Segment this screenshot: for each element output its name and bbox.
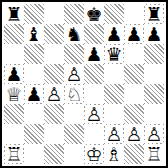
square-h6[interactable] bbox=[144, 44, 164, 64]
piece-black-bishop: ♝ bbox=[25, 24, 42, 44]
square-g8[interactable] bbox=[124, 4, 144, 24]
square-e8[interactable]: ♚ bbox=[84, 4, 104, 24]
square-d8[interactable] bbox=[64, 4, 84, 24]
square-h3[interactable] bbox=[144, 104, 164, 124]
piece-black-rook: ♜ bbox=[5, 4, 22, 24]
piece-black-queen: ♛ bbox=[105, 44, 122, 64]
square-d1[interactable] bbox=[64, 144, 84, 164]
square-g6[interactable] bbox=[124, 44, 144, 64]
square-c5[interactable] bbox=[44, 64, 64, 84]
square-c1[interactable] bbox=[44, 144, 64, 164]
square-b2[interactable] bbox=[24, 124, 44, 144]
square-e5[interactable] bbox=[84, 64, 104, 84]
square-h4[interactable] bbox=[144, 84, 164, 104]
square-a2[interactable] bbox=[4, 124, 24, 144]
square-e3[interactable]: ♙ bbox=[84, 104, 104, 124]
square-e6[interactable]: ♟ bbox=[84, 44, 104, 64]
square-b5[interactable] bbox=[24, 64, 44, 84]
board-frame: ♜♚♜♝♞♟♟♟♟♛♟♙♕♟♙♘♙♙♙♙♖♔♗♖ bbox=[0, 0, 168, 168]
piece-black-rook: ♜ bbox=[145, 4, 162, 24]
square-b7[interactable]: ♝ bbox=[24, 24, 44, 44]
piece-black-knight: ♞ bbox=[65, 24, 82, 44]
square-d4[interactable]: ♘ bbox=[64, 84, 84, 104]
piece-white-queen: ♕ bbox=[5, 84, 22, 104]
piece-white-pawn: ♙ bbox=[105, 124, 122, 144]
piece-white-knight: ♘ bbox=[65, 84, 82, 104]
square-a3[interactable] bbox=[4, 104, 24, 124]
square-c7[interactable] bbox=[44, 24, 64, 44]
piece-white-pawn: ♙ bbox=[145, 124, 162, 144]
board-inner-margin: ♜♚♜♝♞♟♟♟♟♛♟♙♕♟♙♘♙♙♙♙♖♔♗♖ bbox=[2, 2, 166, 166]
piece-black-pawn: ♟ bbox=[145, 24, 162, 44]
square-h5[interactable] bbox=[144, 64, 164, 84]
square-d7[interactable]: ♞ bbox=[64, 24, 84, 44]
square-f2[interactable]: ♙ bbox=[104, 124, 124, 144]
square-h1[interactable]: ♖ bbox=[144, 144, 164, 164]
square-f7[interactable]: ♟ bbox=[104, 24, 124, 44]
chess-diagram: ♜♚♜♝♞♟♟♟♟♛♟♙♕♟♙♘♙♙♙♙♖♔♗♖ bbox=[0, 0, 168, 168]
square-g4[interactable] bbox=[124, 84, 144, 104]
square-e4[interactable] bbox=[84, 84, 104, 104]
piece-white-pawn: ♙ bbox=[85, 104, 102, 124]
square-h2[interactable]: ♙ bbox=[144, 124, 164, 144]
piece-black-pawn: ♟ bbox=[105, 24, 122, 44]
piece-black-pawn: ♟ bbox=[5, 64, 22, 84]
square-h8[interactable]: ♜ bbox=[144, 4, 164, 24]
square-d2[interactable] bbox=[64, 124, 84, 144]
piece-black-pawn: ♟ bbox=[25, 84, 42, 104]
square-e7[interactable] bbox=[84, 24, 104, 44]
square-c4[interactable]: ♙ bbox=[44, 84, 64, 104]
square-c8[interactable] bbox=[44, 4, 64, 24]
square-a4[interactable]: ♕ bbox=[4, 84, 24, 104]
square-e2[interactable] bbox=[84, 124, 104, 144]
piece-white-pawn: ♙ bbox=[45, 84, 62, 104]
square-f3[interactable] bbox=[104, 104, 124, 124]
square-f1[interactable]: ♗ bbox=[104, 144, 124, 164]
square-g7[interactable]: ♟ bbox=[124, 24, 144, 44]
piece-white-king: ♔ bbox=[85, 144, 102, 164]
square-d3[interactable] bbox=[64, 104, 84, 124]
square-g1[interactable] bbox=[124, 144, 144, 164]
square-b8[interactable] bbox=[24, 4, 44, 24]
square-h7[interactable]: ♟ bbox=[144, 24, 164, 44]
square-a7[interactable] bbox=[4, 24, 24, 44]
square-d6[interactable] bbox=[64, 44, 84, 64]
piece-white-bishop: ♗ bbox=[105, 144, 122, 164]
square-b3[interactable] bbox=[24, 104, 44, 124]
square-c2[interactable] bbox=[44, 124, 64, 144]
square-d5[interactable]: ♙ bbox=[64, 64, 84, 84]
square-c6[interactable] bbox=[44, 44, 64, 64]
square-f4[interactable] bbox=[104, 84, 124, 104]
square-b1[interactable] bbox=[24, 144, 44, 164]
square-a1[interactable]: ♖ bbox=[4, 144, 24, 164]
square-a5[interactable]: ♟ bbox=[4, 64, 24, 84]
piece-white-rook: ♖ bbox=[145, 144, 162, 164]
square-g2[interactable]: ♙ bbox=[124, 124, 144, 144]
piece-black-king: ♚ bbox=[85, 4, 102, 24]
square-b6[interactable] bbox=[24, 44, 44, 64]
square-e1[interactable]: ♔ bbox=[84, 144, 104, 164]
square-f6[interactable]: ♛ bbox=[104, 44, 124, 64]
piece-white-pawn: ♙ bbox=[125, 124, 142, 144]
square-c3[interactable] bbox=[44, 104, 64, 124]
piece-white-rook: ♖ bbox=[5, 144, 22, 164]
square-f5[interactable] bbox=[104, 64, 124, 84]
piece-black-pawn: ♟ bbox=[85, 44, 102, 64]
square-a6[interactable] bbox=[4, 44, 24, 64]
square-f8[interactable] bbox=[104, 4, 124, 24]
square-b4[interactable]: ♟ bbox=[24, 84, 44, 104]
square-g3[interactable] bbox=[124, 104, 144, 124]
piece-white-pawn: ♙ bbox=[65, 64, 82, 84]
piece-black-pawn: ♟ bbox=[125, 24, 142, 44]
square-a8[interactable]: ♜ bbox=[4, 4, 24, 24]
chess-board: ♜♚♜♝♞♟♟♟♟♛♟♙♕♟♙♘♙♙♙♙♖♔♗♖ bbox=[4, 4, 164, 164]
square-g5[interactable] bbox=[124, 64, 144, 84]
